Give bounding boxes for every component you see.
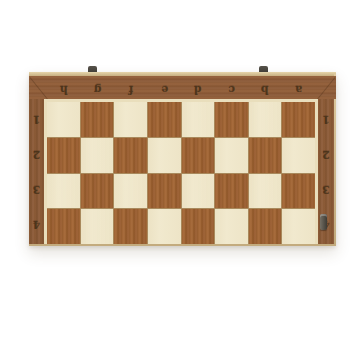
square-a4 [282, 209, 315, 244]
square-d1 [182, 102, 215, 137]
square-a2 [282, 138, 315, 173]
square-a1 [282, 102, 315, 137]
file-label-d: d [181, 76, 215, 99]
rank-label-right-3: 3 [318, 172, 334, 207]
rank-label-right-1: 1 [318, 102, 334, 137]
square-g4 [81, 209, 114, 244]
chessboard: hgfedcba 1234 1234 [29, 72, 336, 246]
file-label-a: a [282, 76, 316, 99]
square-b4 [249, 209, 282, 244]
square-h3 [47, 174, 80, 209]
square-h4 [47, 209, 80, 244]
square-f3 [114, 174, 147, 209]
file-label-g: g [81, 76, 115, 99]
square-f4 [114, 209, 147, 244]
clasp-icon [320, 214, 327, 230]
file-labels: hgfedcba [47, 76, 315, 99]
board-right-edge [334, 74, 336, 246]
rank-label-left-4: 4 [29, 207, 44, 242]
square-d2 [182, 138, 215, 173]
rank-label-left-2: 2 [29, 137, 44, 172]
square-b1 [249, 102, 282, 137]
square-c1 [215, 102, 248, 137]
square-h2 [47, 138, 80, 173]
square-b3 [249, 174, 282, 209]
file-label-h: h [47, 76, 81, 99]
file-label-e: e [148, 76, 182, 99]
square-e4 [148, 209, 181, 244]
file-label-f: f [114, 76, 148, 99]
rank-label-left-3: 3 [29, 172, 44, 207]
square-g1 [81, 102, 114, 137]
squares-grid [47, 102, 315, 244]
rank-label-right-2: 2 [318, 137, 334, 172]
square-c3 [215, 174, 248, 209]
square-g2 [81, 138, 114, 173]
square-e2 [148, 138, 181, 173]
square-d3 [182, 174, 215, 209]
square-d4 [182, 209, 215, 244]
square-a3 [282, 174, 315, 209]
square-f2 [114, 138, 147, 173]
square-b2 [249, 138, 282, 173]
square-h1 [47, 102, 80, 137]
product-photo-background: hgfedcba 1234 1234 [0, 0, 350, 350]
board-fold-edge [29, 244, 336, 246]
square-e1 [148, 102, 181, 137]
file-label-b: b [248, 76, 282, 99]
rank-labels-left: 1234 [29, 102, 44, 242]
rank-label-left-1: 1 [29, 102, 44, 137]
square-f1 [114, 102, 147, 137]
square-e3 [148, 174, 181, 209]
board-inner-border [44, 99, 318, 244]
square-c4 [215, 209, 248, 244]
square-g3 [81, 174, 114, 209]
square-c2 [215, 138, 248, 173]
file-label-c: c [215, 76, 249, 99]
